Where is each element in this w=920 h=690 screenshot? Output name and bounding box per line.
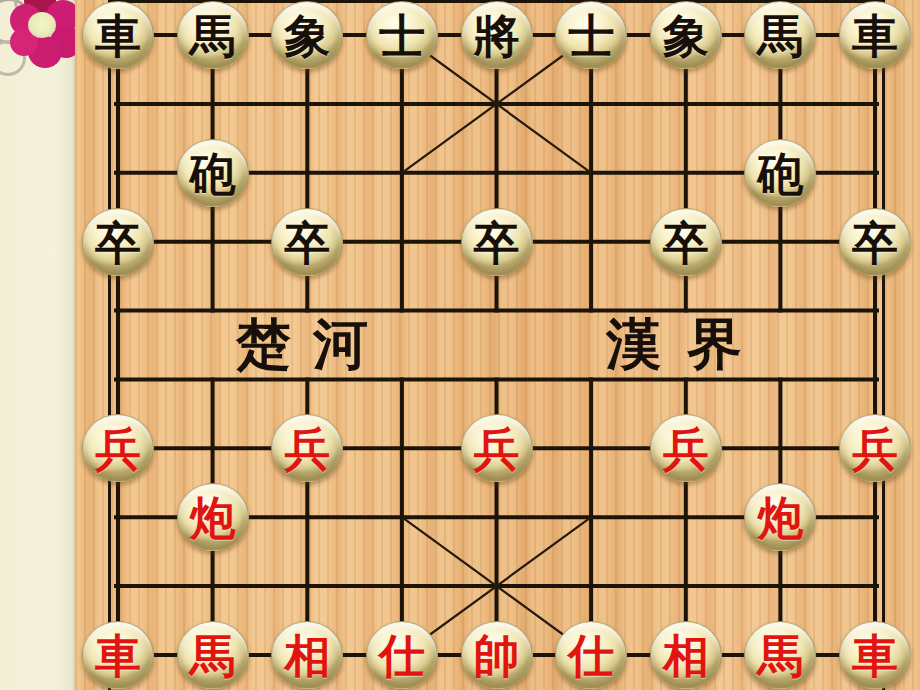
piece-red-elephant[interactable]: 相: [650, 621, 722, 689]
piece-black-cannon[interactable]: 砲: [177, 139, 249, 207]
board-grid: [75, 0, 920, 690]
piece-glyph: 相: [663, 633, 709, 679]
piece-red-chariot[interactable]: 車: [839, 621, 911, 689]
slide: 楚河 漢界 車馬象士將士象馬車砲砲卒卒卒卒卒兵兵兵兵兵炮炮車馬相仕帥仕相馬車: [0, 0, 920, 690]
piece-glyph: 炮: [190, 495, 236, 541]
piece-black-soldier[interactable]: 卒: [82, 208, 154, 276]
piece-red-soldier[interactable]: 兵: [839, 414, 911, 482]
side-panel: [0, 0, 75, 690]
piece-glyph: 兵: [474, 426, 520, 472]
piece-glyph: 兵: [95, 426, 141, 472]
piece-glyph: 仕: [568, 633, 614, 679]
piece-black-chariot[interactable]: 車: [82, 1, 154, 69]
piece-glyph: 炮: [757, 495, 803, 541]
piece-black-elephant[interactable]: 象: [650, 1, 722, 69]
piece-black-chariot[interactable]: 車: [839, 1, 911, 69]
piece-glyph: 卒: [284, 220, 330, 266]
piece-red-soldier[interactable]: 兵: [82, 414, 154, 482]
piece-glyph: 象: [663, 13, 709, 59]
piece-glyph: 帥: [474, 633, 520, 679]
piece-glyph: 砲: [190, 151, 236, 197]
piece-glyph: 砲: [757, 151, 803, 197]
piece-red-horse[interactable]: 馬: [177, 621, 249, 689]
piece-black-soldier[interactable]: 卒: [650, 208, 722, 276]
piece-glyph: 士: [568, 13, 614, 59]
piece-glyph: 將: [474, 13, 520, 59]
piece-glyph: 象: [284, 13, 330, 59]
piece-red-elephant[interactable]: 相: [271, 621, 343, 689]
piece-red-horse[interactable]: 馬: [744, 621, 816, 689]
piece-red-advisor[interactable]: 仕: [555, 621, 627, 689]
piece-glyph: 車: [95, 13, 141, 59]
piece-red-soldier[interactable]: 兵: [461, 414, 533, 482]
piece-red-advisor[interactable]: 仕: [366, 621, 438, 689]
piece-red-soldier[interactable]: 兵: [650, 414, 722, 482]
piece-black-soldier[interactable]: 卒: [461, 208, 533, 276]
piece-glyph: 卒: [474, 220, 520, 266]
piece-glyph: 馬: [190, 633, 236, 679]
piece-glyph: 車: [852, 633, 898, 679]
piece-glyph: 馬: [757, 13, 803, 59]
piece-glyph: 卒: [95, 220, 141, 266]
piece-glyph: 士: [379, 13, 425, 59]
piece-glyph: 卒: [852, 220, 898, 266]
xiangqi-board: 楚河 漢界 車馬象士將士象馬車砲砲卒卒卒卒卒兵兵兵兵兵炮炮車馬相仕帥仕相馬車: [75, 0, 920, 690]
piece-glyph: 兵: [852, 426, 898, 472]
piece-glyph: 車: [852, 13, 898, 59]
piece-glyph: 馬: [757, 633, 803, 679]
piece-glyph: 兵: [284, 426, 330, 472]
piece-black-horse[interactable]: 馬: [744, 1, 816, 69]
piece-black-cannon[interactable]: 砲: [744, 139, 816, 207]
piece-black-soldier[interactable]: 卒: [839, 208, 911, 276]
piece-black-general[interactable]: 將: [461, 1, 533, 69]
flower-center-icon: [28, 12, 56, 38]
piece-black-soldier[interactable]: 卒: [271, 208, 343, 276]
piece-glyph: 馬: [190, 13, 236, 59]
piece-black-advisor[interactable]: 士: [366, 1, 438, 69]
piece-glyph: 卒: [663, 220, 709, 266]
piece-red-chariot[interactable]: 車: [82, 621, 154, 689]
piece-glyph: 兵: [663, 426, 709, 472]
river-label-han: 漢界: [606, 309, 768, 379]
piece-glyph: 相: [284, 633, 330, 679]
piece-glyph: 仕: [379, 633, 425, 679]
piece-red-general[interactable]: 帥: [461, 621, 533, 689]
piece-red-cannon[interactable]: 炮: [177, 483, 249, 551]
piece-black-elephant[interactable]: 象: [271, 1, 343, 69]
piece-black-horse[interactable]: 馬: [177, 1, 249, 69]
river-label-chu: 楚河: [236, 309, 390, 379]
piece-black-advisor[interactable]: 士: [555, 1, 627, 69]
piece-glyph: 車: [95, 633, 141, 679]
